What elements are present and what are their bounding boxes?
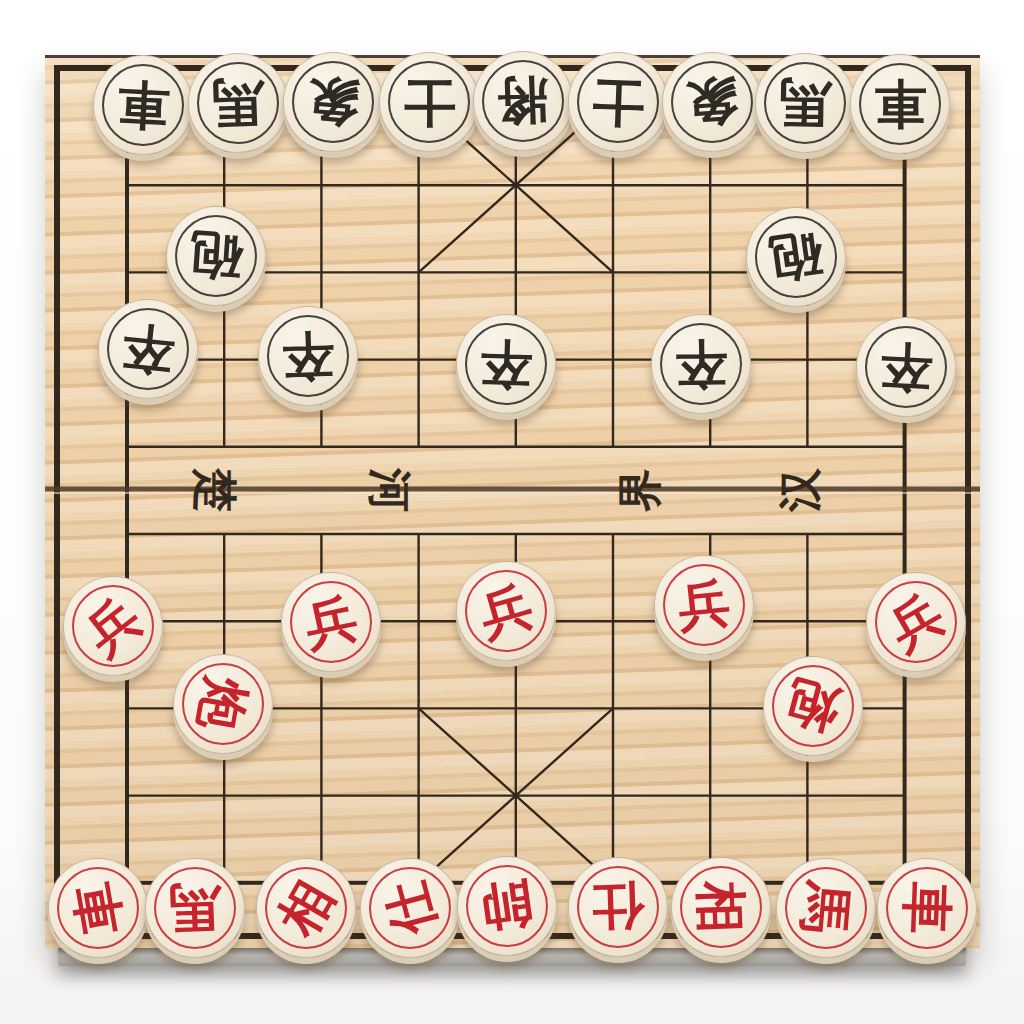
piece-black-general-e[interactable]: 將: [473, 51, 573, 151]
piece-glyph: 砲: [188, 229, 244, 285]
piece-red-cannon-h[interactable]: 炮: [763, 656, 863, 756]
piece-glyph: 車: [900, 881, 954, 935]
xiangqi-board[interactable]: 楚 河 界 汉 車馬象士將士象馬車砲砲卒卒卒卒卒兵兵兵兵兵炮炮車馬相仕帥仕相馬車: [45, 55, 980, 948]
piece-black-soldier-g[interactable]: 卒: [651, 314, 751, 414]
piece-black-chariot-a[interactable]: 車: [93, 55, 193, 155]
piece-red-advisor-d[interactable]: 仕: [360, 858, 460, 958]
piece-black-soldier-c[interactable]: 卒: [258, 306, 358, 406]
piece-black-elephant-g[interactable]: 象: [662, 52, 762, 152]
piece-black-horse-b[interactable]: 馬: [188, 53, 288, 153]
xiangqi-photo-scene: 楚 河 界 汉 車馬象士將士象馬車砲砲卒卒卒卒卒兵兵兵兵兵炮炮車馬相仕帥仕相馬車: [0, 0, 1024, 1024]
piece-glyph: 馬: [798, 880, 854, 936]
piece-black-elephant-c[interactable]: 象: [283, 52, 383, 152]
piece-glyph: 相: [271, 872, 342, 943]
piece-red-horse-h[interactable]: 馬: [776, 858, 876, 958]
piece-glyph: 卒: [675, 337, 728, 390]
piece-black-soldier-i[interactable]: 卒: [856, 317, 956, 417]
pieces-layer: 車馬象士將士象馬車砲砲卒卒卒卒卒兵兵兵兵兵炮炮車馬相仕帥仕相馬車: [45, 58, 980, 948]
piece-glyph: 兵: [301, 591, 363, 653]
piece-black-soldier-e[interactable]: 卒: [456, 314, 556, 414]
piece-glyph: 帥: [477, 876, 536, 935]
piece-red-soldier-i[interactable]: 兵: [866, 572, 966, 672]
piece-black-advisor-f[interactable]: 士: [568, 52, 668, 152]
piece-black-cannon-h[interactable]: 砲: [746, 207, 846, 307]
piece-glyph: 車: [68, 878, 128, 938]
piece-glyph: 車: [874, 78, 926, 130]
piece-red-elephant-g[interactable]: 相: [671, 857, 771, 957]
piece-glyph: 卒: [479, 337, 533, 391]
piece-glyph: 砲: [767, 228, 826, 287]
piece-glyph: 仕: [378, 876, 442, 940]
piece-red-advisor-f[interactable]: 仕: [568, 857, 668, 957]
piece-glyph: 象: [684, 74, 740, 130]
piece-red-elephant-c[interactable]: 相: [256, 858, 356, 958]
piece-red-cannon-b[interactable]: 炮: [173, 654, 273, 754]
piece-glyph: 仕: [591, 880, 645, 934]
piece-red-chariot-i[interactable]: 車: [877, 858, 977, 958]
piece-glyph: 兵: [676, 577, 733, 634]
piece-glyph: 卒: [878, 339, 933, 394]
piece-glyph: 車: [116, 78, 171, 133]
piece-black-horse-h[interactable]: 馬: [755, 53, 855, 153]
piece-glyph: 將: [496, 74, 550, 128]
piece-red-soldier-a[interactable]: 兵: [63, 576, 163, 676]
piece-red-chariot-a[interactable]: 車: [48, 858, 148, 958]
piece-red-horse-b[interactable]: 馬: [145, 858, 245, 958]
piece-glyph: 馬: [168, 881, 222, 935]
piece-glyph: 卒: [281, 329, 335, 383]
piece-glyph: 象: [305, 74, 361, 130]
piece-glyph: 馬: [779, 77, 832, 130]
piece-glyph: 炮: [193, 674, 253, 734]
piece-red-general-e[interactable]: 帥: [457, 856, 557, 956]
piece-glyph: 卒: [119, 320, 176, 377]
piece-glyph: 士: [591, 75, 645, 129]
piece-glyph: 士: [403, 76, 455, 128]
piece-red-soldier-e[interactable]: 兵: [456, 561, 556, 661]
piece-red-soldier-c[interactable]: 兵: [281, 572, 381, 672]
piece-black-cannon-b[interactable]: 砲: [166, 206, 266, 306]
piece-glyph: 兵: [474, 579, 538, 643]
piece-black-soldier-a[interactable]: 卒: [98, 299, 198, 399]
piece-black-chariot-i[interactable]: 車: [850, 54, 950, 154]
piece-glyph: 兵: [77, 590, 150, 663]
piece-glyph: 兵: [880, 587, 951, 658]
piece-glyph: 馬: [211, 76, 265, 130]
piece-glyph: 相: [694, 880, 748, 934]
piece-red-soldier-g[interactable]: 兵: [654, 555, 754, 655]
piece-glyph: 炮: [782, 675, 846, 739]
piece-black-advisor-d[interactable]: 士: [379, 52, 479, 152]
